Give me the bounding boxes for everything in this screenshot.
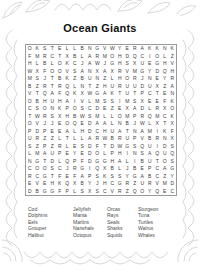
grid-cell[interactable]: V bbox=[34, 180, 42, 188]
grid-cell[interactable]: D bbox=[34, 128, 42, 136]
grid-cell[interactable]: P bbox=[56, 150, 64, 158]
grid-cell[interactable]: H bbox=[116, 53, 124, 61]
grid-cell[interactable]: G bbox=[94, 158, 102, 166]
grid-cell[interactable]: Q bbox=[64, 90, 72, 98]
grid-cell[interactable]: H bbox=[101, 128, 109, 136]
grid-cell[interactable]: Q bbox=[131, 53, 139, 61]
grid-cell[interactable]: F bbox=[161, 98, 169, 106]
grid-cell[interactable]: B bbox=[131, 165, 139, 173]
grid-cell[interactable]: L bbox=[101, 113, 109, 121]
grid-cell[interactable]: U bbox=[26, 135, 34, 143]
grid-cell[interactable]: A bbox=[64, 128, 72, 136]
grid-cell[interactable]: C bbox=[169, 188, 177, 196]
grid-cell[interactable]: Z bbox=[41, 135, 49, 143]
grid-cell[interactable]: L bbox=[101, 150, 109, 158]
grid-cell[interactable]: O bbox=[56, 68, 64, 76]
grid-cell[interactable]: H bbox=[116, 150, 124, 158]
grid-cell[interactable]: F bbox=[26, 53, 34, 61]
grid-cell[interactable]: C bbox=[26, 165, 34, 173]
grid-cell[interactable]: P bbox=[109, 150, 117, 158]
grid-cell[interactable]: O bbox=[161, 158, 169, 166]
grid-cell[interactable]: U bbox=[139, 60, 147, 68]
grid-cell[interactable]: Q bbox=[64, 158, 72, 166]
grid-cell[interactable]: L bbox=[79, 135, 87, 143]
grid-cell[interactable]: L bbox=[26, 150, 34, 158]
grid-cell[interactable]: T bbox=[161, 120, 169, 128]
grid-cell[interactable]: U bbox=[49, 150, 57, 158]
grid-cell[interactable]: Q bbox=[139, 143, 147, 151]
grid-cell[interactable]: S bbox=[26, 143, 34, 151]
grid-cell[interactable]: U bbox=[109, 128, 117, 136]
grid-cell[interactable]: C bbox=[101, 188, 109, 196]
grid-cell[interactable]: G bbox=[131, 173, 139, 181]
grid-cell[interactable]: U bbox=[131, 83, 139, 91]
grid-cell[interactable]: Q bbox=[161, 68, 169, 76]
grid-cell[interactable]: Z bbox=[101, 75, 109, 83]
grid-cell[interactable]: B bbox=[71, 113, 79, 121]
grid-cell[interactable]: S bbox=[79, 105, 87, 113]
grid-cell[interactable]: S bbox=[169, 158, 177, 166]
grid-cell[interactable]: O bbox=[49, 68, 57, 76]
grid-cell[interactable]: A bbox=[49, 90, 57, 98]
grid-cell[interactable]: C bbox=[154, 165, 162, 173]
grid-cell[interactable]: Q bbox=[64, 83, 72, 91]
grid-cell[interactable]: D bbox=[161, 143, 169, 151]
grid-cell[interactable]: G bbox=[94, 90, 102, 98]
grid-cell[interactable]: L bbox=[64, 45, 72, 53]
grid-cell[interactable]: P bbox=[64, 188, 72, 196]
grid-cell[interactable]: H bbox=[169, 68, 177, 76]
grid-cell[interactable]: G bbox=[79, 165, 87, 173]
grid-cell[interactable]: I bbox=[131, 158, 139, 166]
grid-cell[interactable]: A bbox=[146, 150, 154, 158]
grid-cell[interactable]: N bbox=[79, 83, 87, 91]
grid-cell[interactable]: A bbox=[139, 173, 147, 181]
grid-cell[interactable]: Q bbox=[64, 180, 72, 188]
grid-cell[interactable]: L bbox=[146, 120, 154, 128]
grid-cell[interactable]: G bbox=[154, 60, 162, 68]
grid-cell[interactable]: Q bbox=[169, 150, 177, 158]
grid-cell[interactable]: P bbox=[131, 135, 139, 143]
grid-cell[interactable]: R bbox=[71, 165, 79, 173]
grid-cell[interactable]: T bbox=[41, 158, 49, 166]
grid-cell[interactable]: G bbox=[34, 158, 42, 166]
word-item[interactable]: Halibut bbox=[28, 232, 47, 238]
grid-cell[interactable]: B bbox=[139, 158, 147, 166]
grid-cell[interactable]: X bbox=[161, 105, 169, 113]
grid-cell[interactable]: P bbox=[41, 143, 49, 151]
grid-cell[interactable]: L bbox=[71, 188, 79, 196]
grid-cell[interactable]: I bbox=[146, 53, 154, 61]
grid-cell[interactable]: I bbox=[154, 128, 162, 136]
grid-cell[interactable]: Z bbox=[169, 53, 177, 61]
grid-cell[interactable]: G bbox=[116, 180, 124, 188]
grid-cell[interactable]: R bbox=[56, 143, 64, 151]
grid-cell[interactable]: L bbox=[64, 143, 72, 151]
grid-cell[interactable]: B bbox=[71, 53, 79, 61]
grid-cell[interactable]: P bbox=[41, 128, 49, 136]
grid-cell[interactable]: Z bbox=[49, 135, 57, 143]
grid-cell[interactable]: P bbox=[86, 173, 94, 181]
grid-cell[interactable]: L bbox=[71, 135, 79, 143]
grid-cell[interactable]: E bbox=[79, 120, 87, 128]
grid-cell[interactable]: R bbox=[41, 113, 49, 121]
grid-cell[interactable]: R bbox=[94, 135, 102, 143]
grid-cell[interactable]: O bbox=[41, 105, 49, 113]
grid-cell[interactable]: R bbox=[146, 180, 154, 188]
grid-cell[interactable]: A bbox=[64, 98, 72, 106]
grid-cell[interactable]: X bbox=[56, 113, 64, 121]
grid-cell[interactable]: V bbox=[169, 60, 177, 68]
grid-cell[interactable]: N bbox=[161, 135, 169, 143]
grid-cell[interactable]: V bbox=[64, 68, 72, 76]
grid-cell[interactable]: C bbox=[49, 53, 57, 61]
grid-cell[interactable]: K bbox=[146, 45, 154, 53]
grid-cell[interactable]: E bbox=[64, 173, 72, 181]
grid-cell[interactable]: S bbox=[116, 173, 124, 181]
grid-cell[interactable]: N bbox=[146, 75, 154, 83]
grid-cell[interactable]: D bbox=[86, 143, 94, 151]
grid-cell[interactable]: B bbox=[41, 60, 49, 68]
grid-cell[interactable]: R bbox=[116, 83, 124, 91]
grid-cell[interactable]: G bbox=[49, 188, 57, 196]
grid-cell[interactable]: A bbox=[101, 68, 109, 76]
grid-cell[interactable]: O bbox=[124, 75, 132, 83]
grid-cell[interactable]: L bbox=[56, 158, 64, 166]
grid-cell[interactable]: T bbox=[101, 143, 109, 151]
grid-cell[interactable]: J bbox=[101, 60, 109, 68]
grid-cell[interactable]: T bbox=[34, 90, 42, 98]
grid-cell[interactable]: Y bbox=[71, 150, 79, 158]
grid-cell[interactable]: T bbox=[116, 90, 124, 98]
grid-cell[interactable]: K bbox=[34, 45, 42, 53]
grid-cell[interactable]: E bbox=[116, 105, 124, 113]
grid-cell[interactable]: X bbox=[34, 68, 42, 76]
grid-cell[interactable]: B bbox=[79, 180, 87, 188]
grid-cell[interactable]: M bbox=[124, 113, 132, 121]
grid-cell[interactable]: J bbox=[94, 180, 102, 188]
word-item[interactable]: Squids bbox=[107, 232, 123, 238]
grid-cell[interactable]: K bbox=[101, 173, 109, 181]
grid-cell[interactable]: E bbox=[64, 150, 72, 158]
grid-cell[interactable]: Q bbox=[41, 90, 49, 98]
grid-cell[interactable]: T bbox=[49, 173, 57, 181]
grid-cell[interactable]: Q bbox=[154, 188, 162, 196]
grid-cell[interactable]: F bbox=[94, 143, 102, 151]
grid-cell[interactable]: N bbox=[169, 90, 177, 98]
grid-cell[interactable]: G bbox=[124, 143, 132, 151]
grid-cell[interactable]: D bbox=[86, 120, 94, 128]
grid-cell[interactable]: D bbox=[49, 158, 57, 166]
grid-cell[interactable]: A bbox=[101, 90, 109, 98]
grid-cell[interactable]: X bbox=[154, 83, 162, 91]
grid-cell[interactable]: M bbox=[146, 128, 154, 136]
grid-cell[interactable]: C bbox=[146, 90, 154, 98]
grid-cell[interactable]: U bbox=[146, 143, 154, 151]
grid-cell[interactable]: T bbox=[56, 53, 64, 61]
grid-cell[interactable]: E bbox=[101, 105, 109, 113]
grid-cell[interactable]: X bbox=[139, 98, 147, 106]
grid-cell[interactable]: O bbox=[26, 98, 34, 106]
grid-cell[interactable]: A bbox=[101, 120, 109, 128]
grid-cell[interactable]: V bbox=[34, 120, 42, 128]
grid-cell[interactable]: B bbox=[146, 135, 154, 143]
grid-cell[interactable]: K bbox=[154, 45, 162, 53]
grid-cell[interactable]: G bbox=[169, 165, 177, 173]
grid-cell[interactable]: R bbox=[139, 113, 147, 121]
grid-cell[interactable]: A bbox=[86, 60, 94, 68]
grid-cell[interactable]: R bbox=[94, 53, 102, 61]
grid-cell[interactable]: Z bbox=[34, 143, 42, 151]
grid-cell[interactable]: Z bbox=[71, 75, 79, 83]
grid-cell[interactable]: M bbox=[26, 75, 34, 83]
grid-cell[interactable]: X bbox=[169, 135, 177, 143]
grid-cell[interactable]: X bbox=[109, 68, 117, 76]
grid-cell[interactable]: I bbox=[154, 143, 162, 151]
grid-cell[interactable]: X bbox=[124, 105, 132, 113]
grid-cell[interactable]: I bbox=[116, 98, 124, 106]
grid-cell[interactable]: G bbox=[109, 60, 117, 68]
grid-cell[interactable]: K bbox=[56, 105, 64, 113]
grid-cell[interactable]: W bbox=[34, 113, 42, 121]
grid-cell[interactable]: R bbox=[41, 83, 49, 91]
grid-cell[interactable]: E bbox=[139, 165, 147, 173]
grid-cell[interactable]: R bbox=[131, 75, 139, 83]
grid-cell[interactable]: V bbox=[109, 188, 117, 196]
grid-cell[interactable]: A bbox=[161, 165, 169, 173]
grid-cell[interactable]: E bbox=[26, 180, 34, 188]
grid-cell[interactable]: C bbox=[109, 180, 117, 188]
grid-cell[interactable]: X bbox=[64, 53, 72, 61]
grid-cell[interactable]: S bbox=[86, 113, 94, 121]
grid-cell[interactable]: S bbox=[79, 188, 87, 196]
grid-cell[interactable]: E bbox=[56, 120, 64, 128]
grid-cell[interactable]: Q bbox=[94, 165, 102, 173]
grid-cell[interactable]: A bbox=[169, 83, 177, 91]
grid-cell[interactable]: H bbox=[161, 60, 169, 68]
grid-cell[interactable]: L bbox=[109, 113, 117, 121]
grid-cell[interactable]: Q bbox=[71, 120, 79, 128]
grid-cell[interactable]: M bbox=[101, 53, 109, 61]
grid-cell[interactable]: A bbox=[139, 128, 147, 136]
grid-cell[interactable]: F bbox=[41, 68, 49, 76]
grid-cell[interactable]: A bbox=[86, 135, 94, 143]
grid-cell[interactable]: J bbox=[131, 120, 139, 128]
grid-cell[interactable]: R bbox=[56, 83, 64, 91]
grid-cell[interactable]: F bbox=[169, 128, 177, 136]
grid-cell[interactable]: Q bbox=[131, 188, 139, 196]
grid-cell[interactable]: G bbox=[139, 68, 147, 76]
grid-cell[interactable]: E bbox=[56, 45, 64, 53]
grid-cell[interactable]: C bbox=[139, 53, 147, 61]
grid-cell[interactable]: M bbox=[94, 98, 102, 106]
grid-cell[interactable]: L bbox=[49, 60, 57, 68]
grid-cell[interactable]: X bbox=[79, 90, 87, 98]
grid-cell[interactable]: E bbox=[154, 98, 162, 106]
grid-cell[interactable]: T bbox=[154, 158, 162, 166]
grid-cell[interactable]: S bbox=[94, 173, 102, 181]
grid-cell[interactable]: E bbox=[79, 150, 87, 158]
grid-cell[interactable]: A bbox=[79, 68, 87, 76]
grid-cell[interactable]: T bbox=[49, 45, 57, 53]
grid-cell[interactable]: B bbox=[56, 75, 64, 83]
grid-cell[interactable]: C bbox=[71, 60, 79, 68]
grid-cell[interactable]: H bbox=[116, 60, 124, 68]
grid-cell[interactable]: A bbox=[116, 158, 124, 166]
grid-cell[interactable]: F bbox=[56, 90, 64, 98]
grid-cell[interactable]: R bbox=[154, 135, 162, 143]
grid-cell[interactable]: T bbox=[26, 113, 34, 121]
grid-cell[interactable]: L bbox=[146, 105, 154, 113]
grid-cell[interactable]: O bbox=[64, 120, 72, 128]
grid-cell[interactable]: U bbox=[124, 90, 132, 98]
grid-cell[interactable]: C bbox=[161, 113, 169, 121]
grid-cell[interactable]: B bbox=[109, 165, 117, 173]
grid-cell[interactable]: L bbox=[71, 128, 79, 136]
grid-cell[interactable]: O bbox=[41, 165, 49, 173]
grid-cell[interactable]: K bbox=[64, 75, 72, 83]
grid-cell[interactable]: L bbox=[109, 120, 117, 128]
word-item[interactable]: Whales bbox=[138, 232, 158, 238]
grid-cell[interactable]: F bbox=[71, 173, 79, 181]
grid-cell[interactable]: L bbox=[124, 158, 132, 166]
grid-cell[interactable]: X bbox=[131, 60, 139, 68]
grid-cell[interactable]: Z bbox=[124, 188, 132, 196]
grid-cell[interactable]: S bbox=[131, 143, 139, 151]
grid-cell[interactable]: N bbox=[26, 158, 34, 166]
grid-cell[interactable]: J bbox=[79, 60, 87, 68]
grid-cell[interactable]: S bbox=[131, 98, 139, 106]
grid-cell[interactable]: K bbox=[161, 128, 169, 136]
grid-cell[interactable]: N bbox=[94, 75, 102, 83]
word-item[interactable]: Narwhals bbox=[73, 225, 94, 231]
grid-cell[interactable]: B bbox=[79, 45, 87, 53]
grid-cell[interactable]: U bbox=[146, 158, 154, 166]
grid-cell[interactable]: T bbox=[154, 90, 162, 98]
grid-cell[interactable]: H bbox=[109, 158, 117, 166]
grid-cell[interactable]: H bbox=[101, 83, 109, 91]
grid-cell[interactable]: U bbox=[146, 83, 154, 91]
grid-cell[interactable]: C bbox=[86, 105, 94, 113]
grid-cell[interactable]: E bbox=[71, 143, 79, 151]
grid-cell[interactable]: T bbox=[86, 83, 94, 91]
grid-cell[interactable]: E bbox=[161, 188, 169, 196]
grid-cell[interactable]: X bbox=[101, 165, 109, 173]
grid-cell[interactable]: S bbox=[94, 188, 102, 196]
grid-cell[interactable]: E bbox=[154, 75, 162, 83]
grid-cell[interactable]: D bbox=[86, 150, 94, 158]
grid-cell[interactable]: L bbox=[161, 53, 169, 61]
grid-cell[interactable]: D bbox=[94, 105, 102, 113]
grid-cell[interactable]: U bbox=[161, 150, 169, 158]
grid-cell[interactable]: B bbox=[26, 83, 34, 91]
grid-cell[interactable]: F bbox=[56, 188, 64, 196]
grid-cell[interactable]: K bbox=[71, 90, 79, 98]
grid-cell[interactable]: L bbox=[71, 83, 79, 91]
grid-cell[interactable]: R bbox=[116, 135, 124, 143]
grid-cell[interactable]: Y bbox=[146, 188, 154, 196]
word-item[interactable]: Dolphins bbox=[28, 212, 47, 218]
grid-cell[interactable]: T bbox=[49, 83, 57, 91]
grid-cell[interactable]: S bbox=[49, 165, 57, 173]
grid-cell[interactable]: R bbox=[41, 53, 49, 61]
grid-cell[interactable]: O bbox=[26, 45, 34, 53]
grid-cell[interactable]: L bbox=[79, 53, 87, 61]
grid-cell[interactable]: U bbox=[124, 135, 132, 143]
grid-cell[interactable]: K bbox=[169, 98, 177, 106]
grid-cell[interactable]: V bbox=[79, 98, 87, 106]
grid-cell[interactable]: S bbox=[41, 45, 49, 53]
grid-cell[interactable]: M bbox=[34, 150, 42, 158]
grid-cell[interactable]: R bbox=[116, 68, 124, 76]
grid-cell[interactable]: H bbox=[26, 60, 34, 68]
grid-cell[interactable]: S bbox=[79, 143, 87, 151]
grid-cell[interactable]: P bbox=[71, 158, 79, 166]
grid-cell[interactable]: Q bbox=[154, 150, 162, 158]
grid-cell[interactable]: W bbox=[86, 90, 94, 98]
grid-cell[interactable]: S bbox=[34, 75, 42, 83]
grid-cell[interactable]: Y bbox=[124, 173, 132, 181]
grid-cell[interactable]: M bbox=[124, 98, 132, 106]
grid-cell[interactable]: K bbox=[169, 113, 177, 121]
grid-cell[interactable]: X bbox=[154, 120, 162, 128]
grid-cell[interactable]: O bbox=[154, 53, 162, 61]
grid-cell[interactable]: S bbox=[139, 150, 147, 158]
grid-cell[interactable]: W bbox=[139, 120, 147, 128]
grid-cell[interactable]: S bbox=[49, 113, 57, 121]
grid-cell[interactable]: M bbox=[154, 113, 162, 121]
grid-cell[interactable]: K bbox=[169, 45, 177, 53]
grid-cell[interactable]: Y bbox=[146, 68, 154, 76]
grid-cell[interactable]: D bbox=[26, 188, 34, 196]
grid-cell[interactable]: M bbox=[94, 113, 102, 121]
grid-cell[interactable]: E bbox=[161, 90, 169, 98]
grid-cell[interactable]: W bbox=[79, 113, 87, 121]
grid-cell[interactable]: N bbox=[86, 45, 94, 53]
grid-cell[interactable]: P bbox=[146, 165, 154, 173]
grid-cell[interactable]: G bbox=[94, 45, 102, 53]
grid-cell[interactable]: Z bbox=[109, 105, 117, 113]
grid-cell[interactable]: O bbox=[34, 165, 42, 173]
grid-cell[interactable]: R bbox=[26, 173, 34, 181]
grid-cell[interactable]: F bbox=[79, 158, 87, 166]
grid-cell[interactable]: P bbox=[64, 105, 72, 113]
grid-cell[interactable]: O bbox=[116, 113, 124, 121]
grid-cell[interactable]: Y bbox=[169, 173, 177, 181]
grid-cell[interactable]: H bbox=[101, 180, 109, 188]
grid-cell[interactable]: W bbox=[26, 68, 34, 76]
grid-cell[interactable]: P bbox=[139, 90, 147, 98]
grid-cell[interactable]: U bbox=[49, 98, 57, 106]
grid-cell[interactable]: Q bbox=[146, 113, 154, 121]
grid-cell[interactable]: U bbox=[109, 83, 117, 91]
grid-cell[interactable]: A bbox=[79, 173, 87, 181]
grid-cell[interactable]: Z bbox=[161, 83, 169, 91]
grid-cell[interactable]: C bbox=[56, 165, 64, 173]
grid-cell[interactable]: G bbox=[41, 173, 49, 181]
grid-cell[interactable]: R bbox=[116, 188, 124, 196]
grid-cell[interactable]: R bbox=[131, 45, 139, 53]
grid-cell[interactable]: J bbox=[41, 120, 49, 128]
grid-cell[interactable]: Z bbox=[49, 143, 57, 151]
grid-cell[interactable]: L bbox=[34, 60, 42, 68]
grid-cell[interactable]: F bbox=[56, 173, 64, 181]
grid-cell[interactable]: X bbox=[86, 188, 94, 196]
grid-cell[interactable]: V bbox=[154, 180, 162, 188]
grid-cell[interactable]: J bbox=[41, 75, 49, 83]
grid-cell[interactable]: Z bbox=[94, 83, 102, 91]
grid-cell[interactable]: M bbox=[34, 53, 42, 61]
